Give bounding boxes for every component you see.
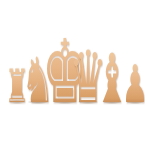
chess-pieces-photo: ♜ ♞ ♚ ♛ ♝ ♟ bbox=[0, 0, 150, 150]
white-pawn-piece: ♟ bbox=[121, 58, 148, 110]
